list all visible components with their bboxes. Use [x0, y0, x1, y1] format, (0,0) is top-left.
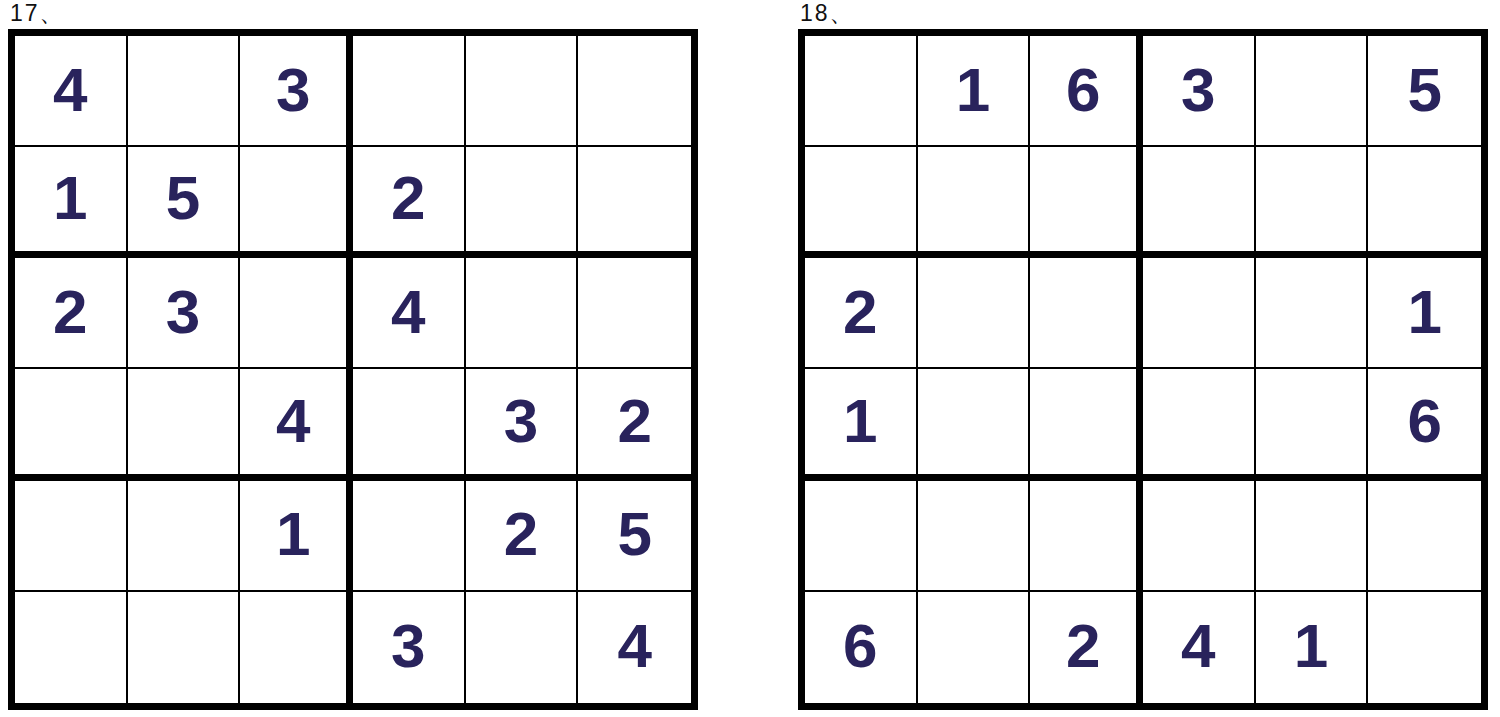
cell-r1c3: 3 [240, 36, 353, 147]
cell-r3c4: 4 [353, 258, 466, 369]
cell-r3c1: 2 [15, 258, 128, 369]
cell-r5c5 [1256, 481, 1369, 592]
cell-r1c3: 6 [1030, 36, 1143, 147]
given-digit: 1 [276, 503, 310, 565]
given-digit: 3 [504, 390, 538, 452]
puzzle-18-grid: 163521166241 [798, 29, 1488, 710]
given-digit: 2 [843, 281, 877, 343]
cell-r1c1: 4 [15, 36, 128, 147]
cell-r2c1 [805, 147, 918, 258]
cell-r2c6 [1368, 147, 1481, 258]
cell-r1c6: 5 [1368, 36, 1481, 147]
given-digit: 2 [391, 167, 425, 229]
cell-r3c2: 3 [128, 258, 241, 369]
cell-r4c1: 1 [805, 369, 918, 480]
cell-r1c2 [128, 36, 241, 147]
cell-r5c6 [1368, 481, 1481, 592]
cell-r6c4: 4 [1143, 592, 1256, 703]
cell-r4c4 [1143, 369, 1256, 480]
cell-r3c4 [1143, 258, 1256, 369]
cell-r1c4: 3 [1143, 36, 1256, 147]
cell-r5c6: 5 [578, 481, 691, 592]
cell-r4c2 [128, 369, 241, 480]
cell-r6c2 [128, 592, 241, 703]
given-digit: 2 [53, 281, 87, 343]
cell-r6c5 [466, 592, 579, 703]
cell-r4c5 [1256, 369, 1369, 480]
given-digit: 6 [1066, 59, 1100, 121]
given-digit: 2 [617, 390, 651, 452]
cell-r6c6: 4 [578, 592, 691, 703]
puzzle-17-grid: 4315223443212534 [8, 29, 698, 710]
given-digit: 1 [1294, 615, 1328, 677]
cell-r5c5: 2 [466, 481, 579, 592]
given-digit: 4 [1181, 615, 1215, 677]
cell-r5c4 [353, 481, 466, 592]
puzzle-18-label: 18、 [800, 0, 855, 27]
given-digit: 4 [617, 615, 651, 677]
cell-r5c3: 1 [240, 481, 353, 592]
cell-r4c4 [353, 369, 466, 480]
cell-r6c3: 2 [1030, 592, 1143, 703]
cell-r6c2 [918, 592, 1031, 703]
cell-r3c6: 1 [1368, 258, 1481, 369]
given-digit: 2 [504, 503, 538, 565]
cell-r4c5: 3 [466, 369, 579, 480]
given-digit: 3 [1181, 59, 1215, 121]
given-digit: 5 [166, 167, 200, 229]
given-digit: 4 [53, 59, 87, 121]
cell-r3c2 [918, 258, 1031, 369]
given-digit: 6 [1407, 390, 1441, 452]
cell-r5c1 [15, 481, 128, 592]
cell-r6c6 [1368, 592, 1481, 703]
given-digit: 3 [276, 59, 310, 121]
cell-r3c5 [466, 258, 579, 369]
cell-r1c2: 1 [918, 36, 1031, 147]
cell-r2c4: 2 [353, 147, 466, 258]
given-digit: 5 [617, 503, 651, 565]
given-digit: 4 [276, 390, 310, 452]
cell-r2c3 [1030, 147, 1143, 258]
cell-r2c2 [918, 147, 1031, 258]
given-digit: 2 [1066, 615, 1100, 677]
cell-r6c5: 1 [1256, 592, 1369, 703]
cell-r2c2: 5 [128, 147, 241, 258]
cell-r2c1: 1 [15, 147, 128, 258]
cell-r2c4 [1143, 147, 1256, 258]
cell-r1c4 [353, 36, 466, 147]
cell-r2c3 [240, 147, 353, 258]
given-digit: 3 [391, 615, 425, 677]
cell-r6c1 [15, 592, 128, 703]
cell-r2c5 [1256, 147, 1369, 258]
puzzle-17-label: 17、 [10, 0, 65, 27]
given-digit: 5 [1407, 59, 1441, 121]
cell-r4c3 [1030, 369, 1143, 480]
cell-r3c3 [1030, 258, 1143, 369]
cell-r1c5 [466, 36, 579, 147]
cell-r5c1 [805, 481, 918, 592]
cell-r6c4: 3 [353, 592, 466, 703]
cell-r1c1 [805, 36, 918, 147]
cell-r4c3: 4 [240, 369, 353, 480]
cell-r3c3 [240, 258, 353, 369]
cell-r4c1 [15, 369, 128, 480]
cell-r6c3 [240, 592, 353, 703]
given-digit: 1 [1407, 281, 1441, 343]
given-digit: 1 [53, 167, 87, 229]
cell-r4c6: 6 [1368, 369, 1481, 480]
cell-r5c2 [918, 481, 1031, 592]
cell-r3c6 [578, 258, 691, 369]
cell-r6c1: 6 [805, 592, 918, 703]
cell-r5c4 [1143, 481, 1256, 592]
cell-r4c6: 2 [578, 369, 691, 480]
given-digit: 3 [166, 281, 200, 343]
cell-r4c2 [918, 369, 1031, 480]
cell-r5c3 [1030, 481, 1143, 592]
given-digit: 6 [843, 615, 877, 677]
given-digit: 4 [391, 281, 425, 343]
cell-r1c6 [578, 36, 691, 147]
cell-r2c5 [466, 147, 579, 258]
cell-r3c5 [1256, 258, 1369, 369]
cell-r5c2 [128, 481, 241, 592]
cell-r1c5 [1256, 36, 1369, 147]
given-digit: 1 [956, 59, 990, 121]
cell-r2c6 [578, 147, 691, 258]
sudoku-worksheet: 17、 4315223443212534 18、 163521166241 [0, 0, 1500, 717]
cell-r3c1: 2 [805, 258, 918, 369]
given-digit: 1 [843, 390, 877, 452]
